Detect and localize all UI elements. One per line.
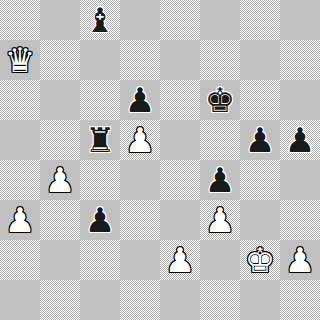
square-e6[interactable] [160,80,200,120]
square-d3[interactable] [120,200,160,240]
piece-white-pawn-f3[interactable]: ♟ [200,200,240,240]
square-f4[interactable]: ♟ [200,160,240,200]
piece-black-pawn-g5[interactable]: ♟ [240,120,280,160]
square-f5[interactable] [200,120,240,160]
square-b5[interactable] [40,120,80,160]
square-c7[interactable] [80,40,120,80]
square-a7[interactable]: ♛ [0,40,40,80]
square-b8[interactable] [40,0,80,40]
square-h5[interactable]: ♟ [280,120,320,160]
piece-black-king-f6[interactable]: ♚ [200,80,240,120]
piece-black-pawn-c3[interactable]: ♟ [80,200,120,240]
square-e8[interactable] [160,0,200,40]
piece-black-bishop-c8[interactable]: ♝ [80,0,120,40]
square-h2[interactable]: ♟ [280,240,320,280]
square-e1[interactable] [160,280,200,320]
piece-white-pawn-a3[interactable]: ♟ [0,200,40,240]
piece-white-king-g2[interactable]: ♚ [240,240,280,280]
square-d8[interactable] [120,0,160,40]
square-a6[interactable] [0,80,40,120]
square-c3[interactable]: ♟ [80,200,120,240]
piece-black-pawn-h5[interactable]: ♟ [280,120,320,160]
square-h8[interactable] [280,0,320,40]
square-c5[interactable]: ♜ [80,120,120,160]
piece-black-pawn-d6[interactable]: ♟ [120,80,160,120]
square-g4[interactable] [240,160,280,200]
square-f3[interactable]: ♟ [200,200,240,240]
square-g3[interactable] [240,200,280,240]
square-c8[interactable]: ♝ [80,0,120,40]
square-h1[interactable] [280,280,320,320]
square-g1[interactable] [240,280,280,320]
square-c1[interactable] [80,280,120,320]
square-h7[interactable] [280,40,320,80]
square-f7[interactable] [200,40,240,80]
square-d7[interactable] [120,40,160,80]
square-c2[interactable] [80,240,120,280]
square-b1[interactable] [40,280,80,320]
square-b6[interactable] [40,80,80,120]
square-e7[interactable] [160,40,200,80]
square-b2[interactable] [40,240,80,280]
square-f1[interactable] [200,280,240,320]
square-e3[interactable] [160,200,200,240]
square-d6[interactable]: ♟ [120,80,160,120]
square-a8[interactable] [0,0,40,40]
square-f2[interactable] [200,240,240,280]
piece-black-rook-c5[interactable]: ♜ [80,120,120,160]
square-g7[interactable] [240,40,280,80]
square-a5[interactable] [0,120,40,160]
square-h3[interactable] [280,200,320,240]
piece-white-pawn-e2[interactable]: ♟ [160,240,200,280]
square-b4[interactable]: ♟ [40,160,80,200]
square-f6[interactable]: ♚ [200,80,240,120]
square-a3[interactable]: ♟ [0,200,40,240]
piece-white-pawn-b4[interactable]: ♟ [40,160,80,200]
square-c6[interactable] [80,80,120,120]
piece-white-pawn-h2[interactable]: ♟ [280,240,320,280]
square-d1[interactable] [120,280,160,320]
square-b3[interactable] [40,200,80,240]
square-g2[interactable]: ♚ [240,240,280,280]
square-h4[interactable] [280,160,320,200]
piece-black-pawn-f4[interactable]: ♟ [200,160,240,200]
square-h6[interactable] [280,80,320,120]
square-a4[interactable] [0,160,40,200]
square-d4[interactable] [120,160,160,200]
piece-white-queen-a7[interactable]: ♛ [0,40,40,80]
square-e5[interactable] [160,120,200,160]
square-g8[interactable] [240,0,280,40]
square-a1[interactable] [0,280,40,320]
square-d2[interactable] [120,240,160,280]
square-a2[interactable] [0,240,40,280]
square-f8[interactable] [200,0,240,40]
square-b7[interactable] [40,40,80,80]
piece-white-pawn-d5[interactable]: ♟ [120,120,160,160]
square-d5[interactable]: ♟ [120,120,160,160]
square-g6[interactable] [240,80,280,120]
square-e2[interactable]: ♟ [160,240,200,280]
chess-board: ♝♛♟♚♜♟♟♟♟♟♟♟♟♟♚♟ [0,0,320,320]
square-c4[interactable] [80,160,120,200]
square-g5[interactable]: ♟ [240,120,280,160]
square-e4[interactable] [160,160,200,200]
